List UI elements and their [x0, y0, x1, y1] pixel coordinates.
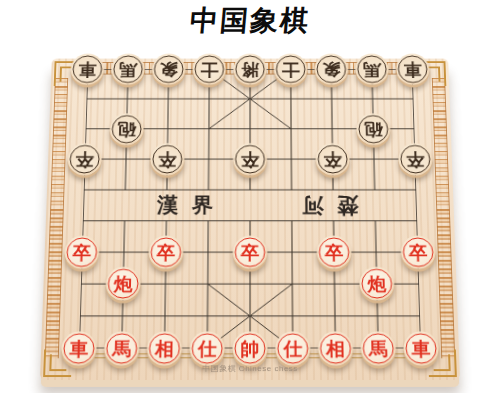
piece-character: 車: [72, 55, 102, 82]
piece-character: 車: [63, 333, 95, 363]
piece-character: 仕: [192, 333, 223, 363]
river-label-chu: 楚河: [289, 191, 373, 219]
piece-red-卒[interactable]: 卒: [317, 236, 352, 269]
piece-character: 仕: [277, 333, 308, 363]
piece-black-卒[interactable]: 卒: [316, 143, 350, 175]
piece-black-將[interactable]: 將: [233, 54, 266, 85]
piece-black-卒[interactable]: 卒: [233, 143, 267, 175]
piece-red-炮[interactable]: 炮: [359, 267, 394, 300]
piece-black-士[interactable]: 士: [274, 54, 307, 85]
piece-character: 卒: [235, 145, 265, 173]
xiangqi-board[interactable]: 漢界 楚河 車馬象士將士象馬車砲砲卒卒卒卒卒卒卒卒卒卒炮炮車馬相仕帥仕相馬車 中…: [40, 59, 460, 380]
piece-character: 士: [195, 55, 225, 82]
piece-character: 卒: [403, 238, 434, 267]
piece-character: 馬: [363, 333, 395, 363]
piece-red-車[interactable]: 車: [61, 331, 97, 365]
piece-character: 車: [405, 333, 437, 363]
piece-red-車[interactable]: 車: [403, 331, 439, 365]
board-caption: 中国象棋 Chinese chess: [40, 363, 460, 374]
piece-black-士[interactable]: 士: [193, 54, 226, 85]
piece-black-車[interactable]: 車: [396, 54, 430, 85]
piece-character: 炮: [361, 269, 392, 299]
piece-character: 士: [276, 55, 306, 82]
piece-character: 卒: [400, 145, 431, 173]
piece-character: 馬: [357, 55, 387, 82]
piece-character: 象: [316, 55, 346, 82]
piece-character: 砲: [358, 115, 388, 143]
piece-character: 卒: [318, 145, 348, 173]
piece-character: 卒: [319, 238, 350, 267]
piece-red-馬[interactable]: 馬: [361, 331, 397, 365]
piece-character: 卒: [152, 145, 182, 173]
piece-red-馬[interactable]: 馬: [104, 331, 140, 365]
piece-black-象[interactable]: 象: [315, 54, 349, 85]
piece-character: 卒: [69, 145, 100, 173]
piece-red-仕[interactable]: 仕: [190, 331, 225, 365]
piece-character: 相: [320, 333, 351, 363]
piece-character: 相: [149, 333, 180, 363]
piece-character: 馬: [113, 55, 143, 82]
piece-character: 卒: [66, 238, 97, 267]
piece-red-相[interactable]: 相: [147, 331, 182, 365]
piece-character: 馬: [106, 333, 138, 363]
piece-character: 象: [154, 55, 184, 82]
piece-character: 車: [398, 55, 428, 82]
piece-black-卒[interactable]: 卒: [398, 143, 433, 175]
piece-character: 將: [235, 55, 264, 82]
piece-red-帥[interactable]: 帥: [233, 331, 268, 365]
piece-character: 炮: [108, 269, 139, 299]
page-title: 中国象棋: [0, 2, 500, 40]
piece-character: 帥: [235, 333, 266, 363]
piece-character: 砲: [112, 115, 142, 143]
river-label-han: 漢界: [143, 191, 227, 219]
piece-black-馬[interactable]: 馬: [355, 54, 389, 85]
piece-character: 卒: [235, 238, 265, 267]
ornament-band-left: [45, 78, 68, 358]
piece-red-仕[interactable]: 仕: [275, 331, 310, 365]
piece-character: 卒: [151, 238, 182, 267]
piece-red-相[interactable]: 相: [318, 331, 353, 365]
piece-red-卒[interactable]: 卒: [401, 236, 436, 269]
piece-black-砲[interactable]: 砲: [356, 113, 390, 145]
piece-red-卒[interactable]: 卒: [233, 236, 267, 269]
board-surface: 漢界 楚河 車馬象士將士象馬車砲砲卒卒卒卒卒卒卒卒卒卒炮炮車馬相仕帥仕相馬車 中…: [40, 59, 460, 380]
page: 中国象棋 漢界 楚河 車馬象士將士象馬車砲砲卒卒卒卒卒卒卒卒卒卒炮炮車馬相仕帥仕…: [0, 0, 500, 393]
ornament-band-right: [432, 78, 455, 358]
